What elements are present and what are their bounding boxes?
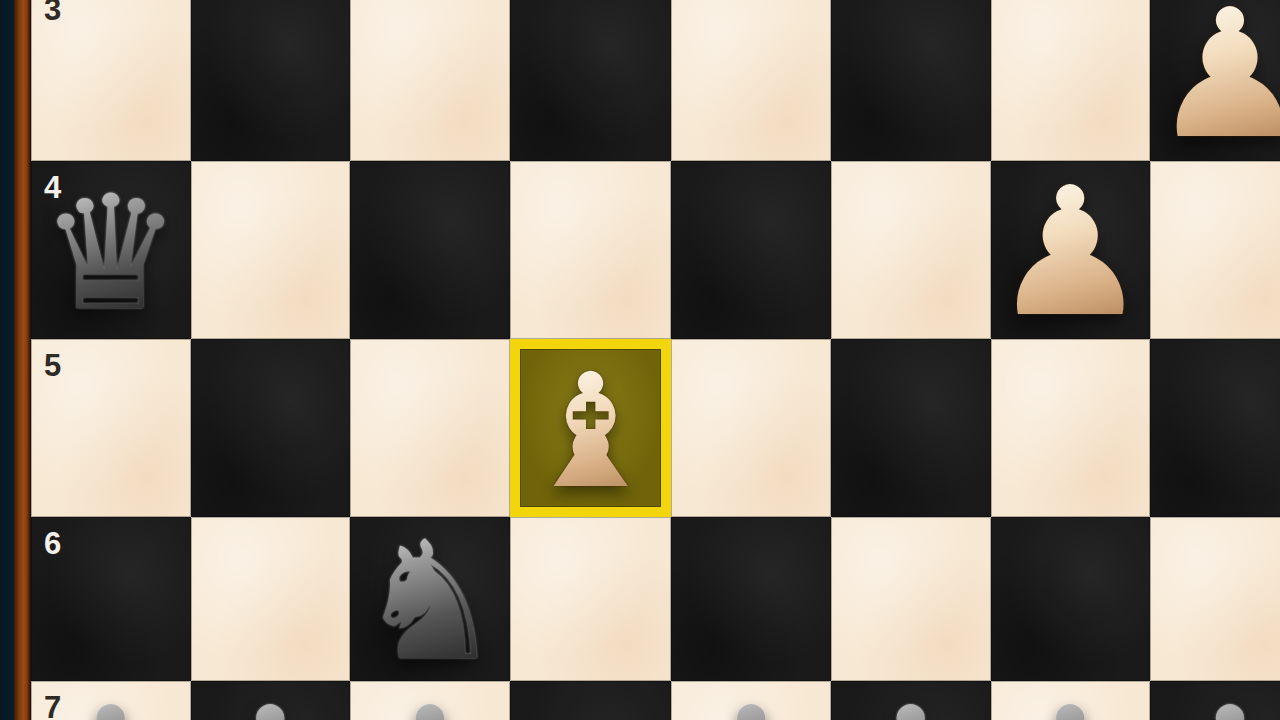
piece-white-bishop[interactable]: ♝ — [520, 352, 662, 510]
rank-label-5: 5 — [44, 350, 61, 381]
square-e4[interactable] — [510, 161, 672, 339]
square-c3[interactable] — [831, 0, 991, 161]
rank-label-3: 3 — [44, 0, 61, 25]
piece-white-pawn[interactable]: ♟ — [1150, 0, 1280, 164]
square-h7[interactable]: 7♟ — [31, 681, 191, 720]
square-a6[interactable] — [1150, 517, 1280, 681]
square-h4[interactable]: 4♛ — [31, 161, 191, 339]
square-f3[interactable] — [350, 0, 510, 161]
square-f6[interactable]: ♞ — [350, 517, 510, 681]
square-e7[interactable] — [510, 681, 672, 720]
square-c7[interactable]: ♟ — [831, 681, 991, 720]
piece-black-pawn[interactable]: ♟ — [191, 684, 351, 720]
square-g5[interactable] — [191, 339, 351, 517]
square-d5[interactable] — [671, 339, 831, 517]
piece-black-pawn[interactable]: ♟ — [831, 684, 991, 720]
square-h5[interactable]: 5 — [31, 339, 191, 517]
square-h3[interactable]: 3 — [31, 0, 191, 161]
piece-black-pawn[interactable]: ♟ — [991, 684, 1151, 720]
square-g6[interactable] — [191, 517, 351, 681]
piece-black-pawn[interactable]: ♟ — [31, 684, 191, 720]
square-h6[interactable]: 6 — [31, 517, 191, 681]
square-c6[interactable] — [831, 517, 991, 681]
square-e3[interactable] — [510, 0, 672, 161]
piece-black-knight[interactable]: ♞ — [356, 520, 503, 684]
chess-app-screen: 3♟4♛♟5♝6♞7♟♟♟♟♟♟♟ — [0, 0, 1280, 720]
piece-black-queen[interactable]: ♛ — [40, 174, 182, 332]
square-b4[interactable]: ♟ — [991, 161, 1151, 339]
piece-black-pawn[interactable]: ♟ — [1150, 684, 1280, 720]
square-d6[interactable] — [671, 517, 831, 681]
square-a5[interactable] — [1150, 339, 1280, 517]
square-f7[interactable]: ♟ — [350, 681, 510, 720]
square-a7[interactable]: ♟ — [1150, 681, 1280, 720]
square-a4[interactable] — [1150, 161, 1280, 339]
square-g4[interactable] — [191, 161, 351, 339]
rank-label-6: 6 — [44, 528, 61, 559]
board-frame-left — [14, 0, 31, 720]
square-d4[interactable] — [671, 161, 831, 339]
square-b5[interactable] — [991, 339, 1151, 517]
piece-black-pawn[interactable]: ♟ — [350, 684, 510, 720]
square-f4[interactable] — [350, 161, 510, 339]
square-d7[interactable]: ♟ — [671, 681, 831, 720]
square-g7[interactable]: ♟ — [191, 681, 351, 720]
piece-white-pawn[interactable]: ♟ — [991, 164, 1151, 342]
square-b7[interactable]: ♟ — [991, 681, 1151, 720]
square-c4[interactable] — [831, 161, 991, 339]
square-a3[interactable]: ♟ — [1150, 0, 1280, 161]
square-d3[interactable] — [671, 0, 831, 161]
square-f5[interactable] — [350, 339, 510, 517]
square-c5[interactable] — [831, 339, 991, 517]
chess-board: 3♟4♛♟5♝6♞7♟♟♟♟♟♟♟ — [31, 0, 1245, 720]
square-e6[interactable] — [510, 517, 672, 681]
piece-black-pawn[interactable]: ♟ — [671, 684, 831, 720]
square-b6[interactable] — [991, 517, 1151, 681]
square-e5[interactable]: ♝ — [510, 339, 672, 517]
square-g3[interactable] — [191, 0, 351, 161]
square-b3[interactable] — [991, 0, 1151, 161]
